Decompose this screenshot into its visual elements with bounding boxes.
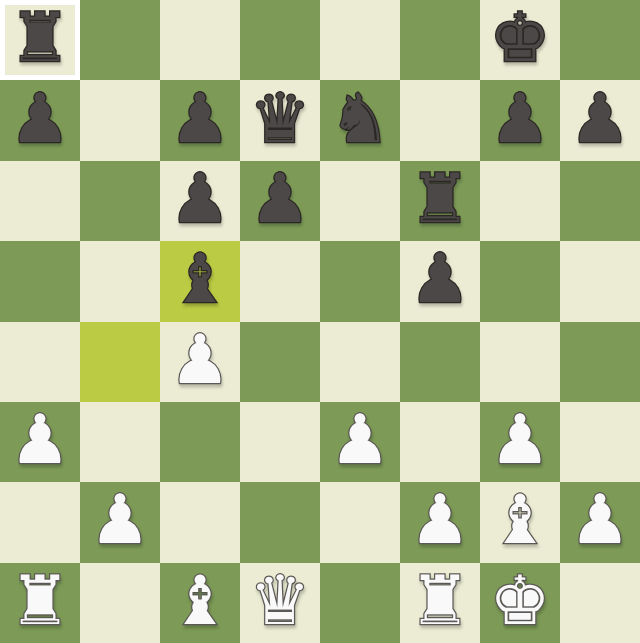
piece-black-queen-d7[interactable]: ♛ [250,85,311,153]
square-g3[interactable]: ♟ [480,402,560,482]
piece-black-knight-e7[interactable]: ♞ [330,85,391,153]
square-b4[interactable] [80,322,160,402]
square-f2[interactable]: ♟ [400,482,480,562]
chess-board: ♜♚♟♟♛♞♟♟♟♟♜♝♟♟♟♟♟♟♟♝♟♜♝♛♜♚ [0,0,640,643]
square-d2[interactable] [240,482,320,562]
piece-white-rook-f1[interactable]: ♜ [410,567,471,635]
square-e7[interactable]: ♞ [320,80,400,160]
piece-black-rook-f6[interactable]: ♜ [410,165,471,233]
piece-white-king-g1[interactable]: ♚ [490,567,551,635]
piece-black-pawn-a7[interactable]: ♟ [10,85,71,153]
square-d7[interactable]: ♛ [240,80,320,160]
square-d5[interactable] [240,241,320,321]
square-h6[interactable] [560,161,640,241]
square-c4[interactable]: ♟ [160,322,240,402]
square-a6[interactable] [0,161,80,241]
square-b2[interactable]: ♟ [80,482,160,562]
square-b7[interactable] [80,80,160,160]
piece-white-pawn-f2[interactable]: ♟ [410,486,471,554]
square-h8[interactable] [560,0,640,80]
square-d1[interactable]: ♛ [240,563,320,643]
square-h3[interactable] [560,402,640,482]
square-e4[interactable] [320,322,400,402]
square-g5[interactable] [480,241,560,321]
piece-white-bishop-c1[interactable]: ♝ [170,567,231,635]
piece-black-pawn-f5[interactable]: ♟ [410,245,471,313]
square-e3[interactable]: ♟ [320,402,400,482]
square-g2[interactable]: ♝ [480,482,560,562]
square-e6[interactable] [320,161,400,241]
piece-white-pawn-a3[interactable]: ♟ [10,406,71,474]
square-g4[interactable] [480,322,560,402]
piece-white-pawn-g3[interactable]: ♟ [490,406,551,474]
square-b6[interactable] [80,161,160,241]
piece-white-rook-a1[interactable]: ♜ [10,567,71,635]
piece-black-king-g8[interactable]: ♚ [490,4,551,72]
square-e8[interactable] [320,0,400,80]
square-g8[interactable]: ♚ [480,0,560,80]
square-f4[interactable] [400,322,480,402]
square-c8[interactable] [160,0,240,80]
square-f5[interactable]: ♟ [400,241,480,321]
piece-black-pawn-h7[interactable]: ♟ [570,85,631,153]
square-b5[interactable] [80,241,160,321]
piece-white-queen-d1[interactable]: ♛ [250,567,311,635]
square-a3[interactable]: ♟ [0,402,80,482]
square-f8[interactable] [400,0,480,80]
square-a1[interactable]: ♜ [0,563,80,643]
piece-black-rook-a8[interactable]: ♜ [10,4,71,72]
square-f7[interactable] [400,80,480,160]
piece-white-pawn-b2[interactable]: ♟ [90,486,151,554]
square-c5[interactable]: ♝ [160,241,240,321]
piece-white-pawn-h2[interactable]: ♟ [570,486,631,554]
square-c6[interactable]: ♟ [160,161,240,241]
square-a2[interactable] [0,482,80,562]
square-d3[interactable] [240,402,320,482]
piece-black-pawn-d6[interactable]: ♟ [250,165,311,233]
square-b8[interactable] [80,0,160,80]
square-g1[interactable]: ♚ [480,563,560,643]
square-c3[interactable] [160,402,240,482]
square-e5[interactable] [320,241,400,321]
square-e2[interactable] [320,482,400,562]
square-g7[interactable]: ♟ [480,80,560,160]
square-d4[interactable] [240,322,320,402]
piece-black-bishop-c5[interactable]: ♝ [170,245,231,313]
square-g6[interactable] [480,161,560,241]
square-a7[interactable]: ♟ [0,80,80,160]
square-h2[interactable]: ♟ [560,482,640,562]
square-c2[interactable] [160,482,240,562]
square-d8[interactable] [240,0,320,80]
piece-black-pawn-c6[interactable]: ♟ [170,165,231,233]
square-f3[interactable] [400,402,480,482]
square-a4[interactable] [0,322,80,402]
piece-white-pawn-c4[interactable]: ♟ [170,326,231,394]
square-f1[interactable]: ♜ [400,563,480,643]
piece-black-pawn-c7[interactable]: ♟ [170,85,231,153]
square-a5[interactable] [0,241,80,321]
square-b1[interactable] [80,563,160,643]
square-d6[interactable]: ♟ [240,161,320,241]
square-h5[interactable] [560,241,640,321]
square-f6[interactable]: ♜ [400,161,480,241]
square-e1[interactable] [320,563,400,643]
square-c7[interactable]: ♟ [160,80,240,160]
piece-white-bishop-g2[interactable]: ♝ [490,486,551,554]
square-a8[interactable]: ♜ [0,0,80,80]
square-b3[interactable] [80,402,160,482]
square-h7[interactable]: ♟ [560,80,640,160]
square-h1[interactable] [560,563,640,643]
piece-white-pawn-e3[interactable]: ♟ [330,406,391,474]
square-h4[interactable] [560,322,640,402]
square-c1[interactable]: ♝ [160,563,240,643]
piece-black-pawn-g7[interactable]: ♟ [490,85,551,153]
